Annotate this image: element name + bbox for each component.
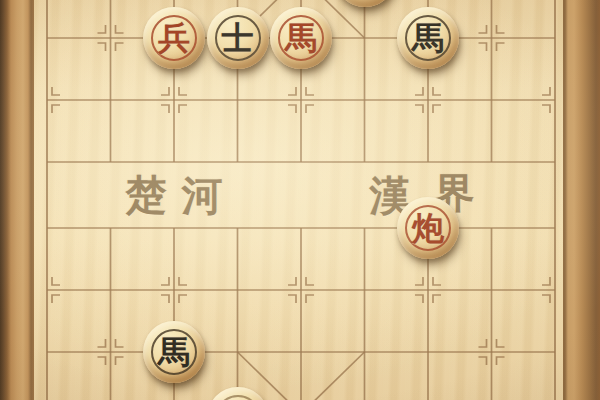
piece-unknown-piece-top-edge[interactable] <box>334 0 396 7</box>
piece-ring <box>215 395 261 400</box>
piece-unknown-piece-bottom-edge[interactable] <box>207 387 269 400</box>
piece-black-advisor[interactable]: 士 <box>207 7 269 69</box>
piece-glyph: 士 <box>222 7 254 69</box>
piece-glyph: 炮 <box>412 197 444 259</box>
piece-black-horse[interactable]: 馬 <box>143 321 205 383</box>
piece-glyph: 兵 <box>158 7 190 69</box>
piece-glyph: 馬 <box>412 7 444 69</box>
piece-black-horse[interactable]: 馬 <box>397 7 459 69</box>
piece-red-horse[interactable]: 馬 <box>270 7 332 69</box>
piece-glyph: 馬 <box>158 321 190 383</box>
xiangqi-board[interactable]: 楚 河 漢 界 兵士馬馬炮馬 <box>0 0 600 400</box>
piece-red-cannon[interactable]: 炮 <box>397 197 459 259</box>
piece-glyph: 馬 <box>285 7 317 69</box>
piece-red-soldier[interactable]: 兵 <box>143 7 205 69</box>
pieces-layer: 兵士馬馬炮馬 <box>0 0 600 400</box>
